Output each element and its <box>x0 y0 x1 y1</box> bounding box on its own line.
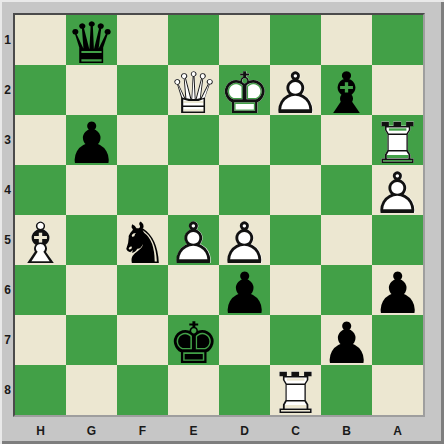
square-a5[interactable] <box>372 215 423 265</box>
white-piece-outline: ♙ <box>270 68 321 118</box>
piece-black-pawn-d6[interactable]: ♟ <box>219 265 270 315</box>
square-f8[interactable] <box>117 365 168 415</box>
file-label-e: E <box>168 422 219 440</box>
square-b2[interactable]: ♝ <box>321 65 372 115</box>
square-d6[interactable]: ♟ <box>219 265 270 315</box>
square-a3[interactable]: ♜♖ <box>372 115 423 165</box>
file-label-g: G <box>66 422 117 440</box>
piece-white-queen-e2[interactable]: ♛♕ <box>168 65 219 115</box>
rank-label-3: 3 <box>0 115 15 165</box>
square-c6[interactable] <box>270 265 321 315</box>
square-g7[interactable] <box>66 315 117 365</box>
square-c4[interactable] <box>270 165 321 215</box>
square-g1[interactable]: ♛ <box>66 15 117 65</box>
file-label-b: B <box>321 422 372 440</box>
square-d1[interactable] <box>219 15 270 65</box>
black-piece-glyph: ♞ <box>117 218 168 268</box>
square-c3[interactable] <box>270 115 321 165</box>
rank-label-1: 1 <box>0 15 15 65</box>
square-g3[interactable]: ♟ <box>66 115 117 165</box>
rank-label-6: 6 <box>0 265 15 315</box>
piece-black-pawn-b7[interactable]: ♟ <box>321 315 372 365</box>
square-d3[interactable] <box>219 115 270 165</box>
square-f7[interactable] <box>117 315 168 365</box>
square-c5[interactable] <box>270 215 321 265</box>
black-piece-glyph: ♟ <box>321 318 372 368</box>
square-d2[interactable]: ♚♔ <box>219 65 270 115</box>
rank-label-4: 4 <box>0 165 15 215</box>
square-g2[interactable] <box>66 65 117 115</box>
square-a7[interactable] <box>372 315 423 365</box>
square-e5[interactable]: ♟♙ <box>168 215 219 265</box>
piece-black-queen-g1[interactable]: ♛ <box>66 15 117 65</box>
black-piece-glyph: ♚ <box>168 318 219 368</box>
square-c8[interactable]: ♜♖ <box>270 365 321 415</box>
square-g4[interactable] <box>66 165 117 215</box>
square-b1[interactable] <box>321 15 372 65</box>
square-h1[interactable] <box>15 15 66 65</box>
white-piece-outline: ♙ <box>168 218 219 268</box>
rank-label-8: 8 <box>0 365 15 415</box>
square-h4[interactable] <box>15 165 66 215</box>
square-g8[interactable] <box>66 365 117 415</box>
piece-white-rook-a3[interactable]: ♜♖ <box>372 115 423 165</box>
black-piece-glyph: ♛ <box>66 18 117 68</box>
file-label-c: C <box>270 422 321 440</box>
square-a8[interactable] <box>372 365 423 415</box>
square-a6[interactable]: ♟ <box>372 265 423 315</box>
square-d5[interactable]: ♟♙ <box>219 215 270 265</box>
black-piece-glyph: ♟ <box>66 118 117 168</box>
square-a1[interactable] <box>372 15 423 65</box>
square-f2[interactable] <box>117 65 168 115</box>
square-g5[interactable] <box>66 215 117 265</box>
rank-label-7: 7 <box>0 315 15 365</box>
piece-white-bishop-h5[interactable]: ♝♗ <box>15 215 66 265</box>
piece-black-pawn-a6[interactable]: ♟ <box>372 265 423 315</box>
piece-black-pawn-g3[interactable]: ♟ <box>66 115 117 165</box>
square-f5[interactable]: ♞ <box>117 215 168 265</box>
square-f1[interactable] <box>117 15 168 65</box>
piece-white-rook-c8[interactable]: ♜♖ <box>270 365 321 415</box>
black-piece-glyph: ♟ <box>219 268 270 318</box>
piece-white-pawn-c2[interactable]: ♟♙ <box>270 65 321 115</box>
black-piece-glyph: ♟ <box>372 268 423 318</box>
white-piece-outline: ♗ <box>15 218 66 268</box>
square-f6[interactable] <box>117 265 168 315</box>
square-e6[interactable] <box>168 265 219 315</box>
white-piece-outline: ♔ <box>219 68 270 118</box>
square-d4[interactable] <box>219 165 270 215</box>
piece-white-king-d2[interactable]: ♚♔ <box>219 65 270 115</box>
square-e8[interactable] <box>168 365 219 415</box>
rank-label-5: 5 <box>0 215 15 265</box>
square-b6[interactable] <box>321 265 372 315</box>
white-piece-outline: ♖ <box>270 368 321 418</box>
square-h6[interactable] <box>15 265 66 315</box>
square-b5[interactable] <box>321 215 372 265</box>
piece-black-king-e7[interactable]: ♚ <box>168 315 219 365</box>
square-h7[interactable] <box>15 315 66 365</box>
square-c7[interactable] <box>270 315 321 365</box>
square-h8[interactable] <box>15 365 66 415</box>
chess-board: ♛♛♕♚♔♟♙♝♟♜♖♟♙♝♗♞♟♙♟♙♟♟♚♟♜♖ <box>13 13 425 417</box>
piece-white-pawn-e5[interactable]: ♟♙ <box>168 215 219 265</box>
piece-white-pawn-d5[interactable]: ♟♙ <box>219 215 270 265</box>
square-d8[interactable] <box>219 365 270 415</box>
black-piece-glyph: ♝ <box>321 68 372 118</box>
piece-black-knight-f5[interactable]: ♞ <box>117 215 168 265</box>
rank-label-2: 2 <box>0 65 15 115</box>
square-g6[interactable] <box>66 265 117 315</box>
square-e7[interactable]: ♚ <box>168 315 219 365</box>
file-label-h: H <box>15 422 66 440</box>
white-piece-outline: ♙ <box>372 168 423 218</box>
square-b3[interactable] <box>321 115 372 165</box>
square-h5[interactable]: ♝♗ <box>15 215 66 265</box>
square-e4[interactable] <box>168 165 219 215</box>
square-f4[interactable] <box>117 165 168 215</box>
square-e1[interactable] <box>168 15 219 65</box>
piece-black-bishop-b2[interactable]: ♝ <box>321 65 372 115</box>
square-e3[interactable] <box>168 115 219 165</box>
white-piece-outline: ♕ <box>168 68 219 118</box>
square-b4[interactable] <box>321 165 372 215</box>
square-h2[interactable] <box>15 65 66 115</box>
piece-white-pawn-a4[interactable]: ♟♙ <box>372 165 423 215</box>
square-b8[interactable] <box>321 365 372 415</box>
square-c2[interactable]: ♟♙ <box>270 65 321 115</box>
square-f3[interactable] <box>117 115 168 165</box>
square-a4[interactable]: ♟♙ <box>372 165 423 215</box>
square-d7[interactable] <box>219 315 270 365</box>
file-label-a: A <box>372 422 423 440</box>
chess-board-frame: ♛♛♕♚♔♟♙♝♟♜♖♟♙♝♗♞♟♙♟♙♟♟♚♟♜♖ 12345678 HGFE… <box>0 0 444 444</box>
square-c1[interactable] <box>270 15 321 65</box>
file-label-d: D <box>219 422 270 440</box>
square-b7[interactable]: ♟ <box>321 315 372 365</box>
square-e2[interactable]: ♛♕ <box>168 65 219 115</box>
file-label-f: F <box>117 422 168 440</box>
square-a2[interactable] <box>372 65 423 115</box>
square-h3[interactable] <box>15 115 66 165</box>
